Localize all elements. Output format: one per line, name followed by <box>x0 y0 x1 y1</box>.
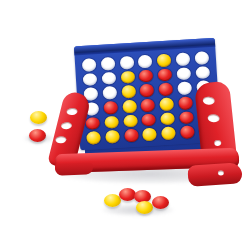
arm-hole <box>61 122 72 130</box>
red-disc <box>124 129 139 142</box>
arm-hole <box>207 114 220 123</box>
yellow-disc <box>104 116 119 129</box>
cell-r3-c5 <box>156 82 176 98</box>
empty-slot <box>82 58 97 71</box>
yellow-disc <box>161 127 176 140</box>
yellow-disc <box>160 112 175 125</box>
red-disc <box>178 96 193 109</box>
empty-slot <box>177 82 192 95</box>
empty-slot <box>194 51 209 64</box>
loose-yellow-disc <box>136 201 153 214</box>
cell-r5-c3 <box>121 113 141 129</box>
red-disc <box>142 113 157 126</box>
cell-r1-c3 <box>117 55 137 71</box>
base-foot-left <box>55 162 93 175</box>
red-disc <box>159 83 174 96</box>
red-disc <box>180 126 195 139</box>
empty-slot <box>176 67 191 80</box>
cell-r3-c6 <box>175 80 195 96</box>
cell-r5-c4 <box>139 112 159 128</box>
cell-r1-c6 <box>173 51 193 67</box>
red-disc <box>103 101 118 114</box>
cell-r6-c3 <box>122 128 142 144</box>
cell-r4-c2 <box>101 100 121 116</box>
cell-r2-c5 <box>155 67 175 83</box>
cell-r3-c2 <box>100 85 120 101</box>
yellow-disc <box>105 130 120 143</box>
red-disc <box>158 68 173 81</box>
empty-slot <box>102 72 117 85</box>
cell-r2-c7 <box>193 65 213 81</box>
loose-red-disc <box>152 196 169 209</box>
cell-r2-c6 <box>174 66 194 82</box>
cell-r6-c2 <box>103 129 123 145</box>
arm-hole <box>203 96 216 105</box>
red-disc <box>139 69 154 82</box>
cell-r4-c3 <box>120 99 140 115</box>
yellow-disc <box>87 131 102 144</box>
loose-red-disc <box>29 129 46 142</box>
cell-r1-c4 <box>136 54 156 70</box>
yellow-disc <box>123 114 138 127</box>
empty-slot <box>101 57 116 70</box>
arm-hole <box>55 136 66 144</box>
arm-hole <box>214 140 222 147</box>
loose-yellow-disc <box>30 111 47 124</box>
cell-r3-c4 <box>138 83 158 99</box>
cell-r5-c2 <box>102 114 122 130</box>
yellow-disc <box>157 54 172 67</box>
connect-four-product-photo <box>0 0 250 250</box>
base-hole <box>218 170 224 175</box>
cell-r1-c2 <box>98 56 118 72</box>
cell-r2-c2 <box>99 70 119 86</box>
cell-r6-c6 <box>178 124 198 140</box>
cell-r4-c6 <box>176 95 196 111</box>
cell-r6-c1 <box>84 130 104 146</box>
arm-hole <box>66 108 77 116</box>
cell-r1-c7 <box>192 50 212 66</box>
yellow-disc <box>159 97 174 110</box>
cell-r1-c5 <box>154 52 174 68</box>
cell-r5-c6 <box>177 110 197 126</box>
red-disc <box>179 111 194 124</box>
cell-r2-c4 <box>137 68 157 84</box>
red-disc <box>86 117 101 130</box>
cell-r2-c1 <box>81 72 101 88</box>
empty-slot <box>175 52 190 65</box>
cell-r4-c5 <box>157 96 177 112</box>
yellow-disc <box>143 128 158 141</box>
empty-slot <box>138 55 153 68</box>
cell-r3-c3 <box>119 84 139 100</box>
cell-r1-c1 <box>80 57 100 73</box>
cell-r2-c3 <box>118 69 138 85</box>
red-disc <box>140 84 155 97</box>
yellow-disc <box>121 85 136 98</box>
empty-slot <box>83 73 98 86</box>
empty-slot <box>119 56 134 69</box>
yellow-disc <box>122 100 137 113</box>
cell-r5-c5 <box>158 111 178 127</box>
cell-r6-c4 <box>140 127 160 143</box>
yellow-disc <box>120 70 135 83</box>
empty-slot <box>195 66 210 79</box>
cell-r4-c4 <box>138 97 158 113</box>
cell-r6-c5 <box>159 126 179 142</box>
base-foot-right <box>187 162 242 187</box>
red-disc <box>141 99 156 112</box>
empty-slot <box>103 86 118 99</box>
